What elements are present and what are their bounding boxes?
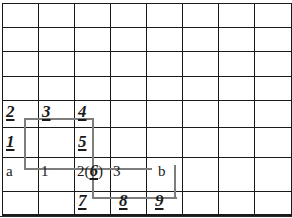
- grid-cell-r1c2: [39, 4, 75, 28]
- grid-cell-r4c8: [255, 77, 291, 101]
- grid-cell-r5c4: [111, 101, 147, 129]
- grid-cell-r8c3: 7: [75, 192, 111, 214]
- grid-cell-r7c1: a: [3, 158, 39, 192]
- grid-cell-r3c1: [3, 52, 39, 77]
- grid-cell-r2c4: [111, 28, 147, 52]
- detour-path-label: 1: [6, 132, 15, 151]
- grid-cell-r7c7: [219, 158, 255, 192]
- grid-cell-r7c5: b: [147, 158, 183, 192]
- cell-label: 3: [113, 163, 121, 179]
- grid-cell-r3c3: [75, 52, 111, 77]
- grid-cell-r1c1: [3, 4, 39, 28]
- grid-cell-r3c7: [219, 52, 255, 77]
- grid-cell-r8c8: [255, 192, 291, 214]
- grid-cell-r7c2: 1: [39, 158, 75, 192]
- board-grid: 23415a12(6)3b789: [2, 3, 292, 216]
- grid-cell-r8c5: 9: [147, 192, 183, 214]
- grid-cell-r5c2: 3: [39, 101, 75, 129]
- detour-path-label: 3: [42, 102, 51, 121]
- grid-cell-r7c8: [255, 158, 291, 192]
- grid-cell-r8c7: [219, 192, 255, 214]
- grid-cell-r4c5: [147, 77, 183, 101]
- grid-cell-r3c4: [111, 52, 147, 77]
- cell-label: 1: [41, 163, 49, 179]
- grid-cell-r5c8: [255, 101, 291, 129]
- grid-cell-r2c2: [39, 28, 75, 52]
- grid-cell-r3c2: [39, 52, 75, 77]
- grid-cell-r8c2: [39, 192, 75, 214]
- grid-cell-r6c6: [183, 128, 219, 158]
- grid-cell-r4c6: [183, 77, 219, 101]
- grid-cell-r5c3: 4: [75, 101, 111, 129]
- detour-path-label: 8: [119, 191, 128, 210]
- grid-cell-r6c2: [39, 128, 75, 158]
- grid-cell-r3c8: [255, 52, 291, 77]
- grid-cell-r4c7: [219, 77, 255, 101]
- grid-cell-r5c5: [147, 101, 183, 129]
- cell-label: a: [6, 163, 13, 179]
- detour-path-label: 4: [78, 102, 87, 121]
- grid-cell-r6c5: [147, 128, 183, 158]
- grid-cell-r4c1: [3, 77, 39, 101]
- grid-cell-r1c8: [255, 4, 291, 28]
- grid-cell-r7c6: [183, 158, 219, 192]
- grid-cell-r2c7: [219, 28, 255, 52]
- detour-path-label: 2: [6, 102, 15, 121]
- bottom-rule: [0, 216, 292, 217]
- grid-cell-r6c3: 5: [75, 128, 111, 158]
- cell-label: 2(: [77, 163, 90, 179]
- grid-cell-r7c4: 3: [111, 158, 147, 192]
- grid-cell-r4c2: [39, 77, 75, 101]
- detour-path-label: 5: [78, 132, 87, 151]
- grid-cell-r7c3: 2(6): [75, 158, 111, 192]
- grid-cell-r1c5: [147, 4, 183, 28]
- detour-path-label: 9: [155, 191, 164, 210]
- grid-cell-r6c4: [111, 128, 147, 158]
- cell-label: ): [98, 163, 103, 179]
- grid-cell-r3c5: [147, 52, 183, 77]
- grid-cell-r2c8: [255, 28, 291, 52]
- grid-cell-r1c4: [111, 4, 147, 28]
- detour-path-label: 6: [90, 161, 99, 180]
- grid-cell-r2c5: [147, 28, 183, 52]
- cell-label: b: [158, 163, 166, 179]
- grid-cell-r6c1: 1: [3, 128, 39, 158]
- grid-cell-r8c1: [3, 192, 39, 214]
- grid-cell-r2c6: [183, 28, 219, 52]
- detour-path-label: 7: [78, 191, 87, 210]
- grid-cell-r5c1: 2: [3, 101, 39, 129]
- grid-cell-r1c6: [183, 4, 219, 28]
- grid-cell-r5c7: [219, 101, 255, 129]
- grid-path-diagram: 23415a12(6)3b789: [0, 0, 292, 218]
- grid-cell-r1c3: [75, 4, 111, 28]
- grid-cell-r4c3: [75, 77, 111, 101]
- grid-cell-r6c7: [219, 128, 255, 158]
- grid-cell-r3c6: [183, 52, 219, 77]
- grid-cell-r2c1: [3, 28, 39, 52]
- grid-cell-r5c6: [183, 101, 219, 129]
- grid-cell-r1c7: [219, 4, 255, 28]
- grid-cell-r8c6: [183, 192, 219, 214]
- grid-cell-r2c3: [75, 28, 111, 52]
- grid-cell-r4c4: [111, 77, 147, 101]
- grid-cell-r8c4: 8: [111, 192, 147, 214]
- grid-cell-r6c8: [255, 128, 291, 158]
